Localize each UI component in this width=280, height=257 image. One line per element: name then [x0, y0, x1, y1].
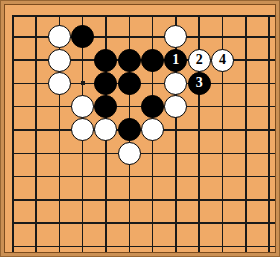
black-stone	[71, 25, 94, 48]
black-stone	[141, 95, 164, 118]
black-stone-move-3: 3	[188, 72, 211, 95]
white-stone	[164, 25, 187, 48]
white-stone	[71, 118, 94, 141]
black-stone	[118, 118, 141, 141]
white-stone	[71, 95, 94, 118]
white-stone	[48, 49, 71, 72]
grid-line-horizontal	[12, 153, 277, 155]
go-board: 1243	[0, 0, 280, 257]
white-stone	[48, 72, 71, 95]
black-stone	[94, 95, 117, 118]
grid-line-vertical	[268, 15, 270, 254]
white-stone	[141, 118, 164, 141]
grid-line-horizontal	[12, 199, 277, 201]
grid-line-horizontal	[12, 246, 277, 248]
black-stone	[141, 49, 164, 72]
black-stone	[118, 72, 141, 95]
grid-line-horizontal	[12, 222, 277, 224]
white-stone-move-4: 4	[211, 49, 234, 72]
grid-line-vertical	[245, 15, 247, 254]
white-stone	[118, 142, 141, 165]
black-stone-move-1: 1	[164, 49, 187, 72]
grid-line-horizontal	[12, 176, 277, 178]
white-stone	[164, 72, 187, 95]
star-point	[81, 81, 85, 85]
white-stone	[48, 25, 71, 48]
white-stone	[164, 95, 187, 118]
grid-line-horizontal	[12, 15, 277, 17]
white-stone	[94, 118, 117, 141]
white-stone-move-2: 2	[188, 49, 211, 72]
grid-line-vertical	[35, 15, 37, 254]
black-stone	[94, 72, 117, 95]
black-stone	[118, 49, 141, 72]
grid-line-vertical	[12, 15, 14, 254]
black-stone	[94, 49, 117, 72]
